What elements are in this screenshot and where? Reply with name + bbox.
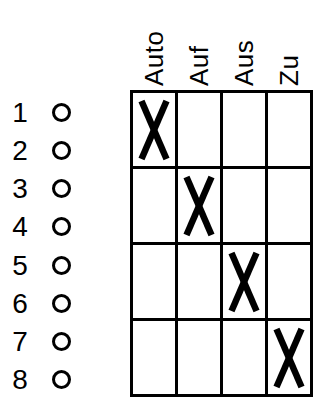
contact-row-3: 3 <box>8 170 98 208</box>
contact-row-8: 8 <box>8 361 98 399</box>
contact-circle-icon <box>52 294 71 313</box>
grid-cell-r3c2 <box>178 245 220 318</box>
contact-row-1: 1 <box>8 94 98 132</box>
x-mark <box>227 251 261 313</box>
contact-row-4: 4 <box>8 208 98 246</box>
contact-number: 1 <box>8 94 32 132</box>
contact-number: 4 <box>8 208 32 246</box>
switching-diagram: AutoAufAusZu 12345678 <box>0 0 320 411</box>
grid-cell-r2c2 <box>178 169 220 242</box>
grid-cell-r3c4 <box>268 245 310 318</box>
grid-cell-r2c4 <box>268 169 310 242</box>
contact-number: 5 <box>8 247 32 285</box>
contact-circle-icon <box>52 217 71 236</box>
position-label-zu: Zu <box>274 4 304 86</box>
contact-circle-icon <box>52 370 71 389</box>
contact-row-7: 7 <box>8 323 98 361</box>
grid-cell-r1c3 <box>223 93 265 166</box>
contact-grid <box>130 90 313 397</box>
position-label-aus: Aus <box>229 4 259 86</box>
grid-cell-r4c4 <box>268 321 310 394</box>
x-mark <box>182 175 216 237</box>
contact-circle-icon <box>52 332 71 351</box>
contact-row-6: 6 <box>8 285 98 323</box>
contact-circle-icon <box>52 179 71 198</box>
contact-number: 2 <box>8 132 32 170</box>
contact-circle-icon <box>52 141 71 160</box>
grid-cell-r3c1 <box>133 245 175 318</box>
grid-cell-r4c3 <box>223 321 265 394</box>
position-label-auto: Auto <box>139 4 169 86</box>
contact-row-2: 2 <box>8 132 98 170</box>
grid-cell-r1c4 <box>268 93 310 166</box>
contact-circle-icon <box>52 256 71 275</box>
contact-number: 7 <box>8 323 32 361</box>
grid-cell-r2c3 <box>223 169 265 242</box>
grid-cell-r2c1 <box>133 169 175 242</box>
grid-cell-r4c1 <box>133 321 175 394</box>
contact-circle-icon <box>52 103 71 122</box>
grid-cell-r1c2 <box>178 93 220 166</box>
grid-cell-r1c1 <box>133 93 175 166</box>
x-mark <box>272 327 306 389</box>
contact-row-5: 5 <box>8 247 98 285</box>
grid-cell-r4c2 <box>178 321 220 394</box>
position-label-auf: Auf <box>184 4 214 86</box>
contact-number: 6 <box>8 285 32 323</box>
contact-number: 3 <box>8 170 32 208</box>
grid-cell-r3c3 <box>223 245 265 318</box>
x-mark <box>137 99 171 161</box>
contact-number: 8 <box>8 361 32 399</box>
